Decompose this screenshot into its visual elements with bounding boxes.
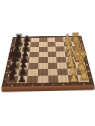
coordinate-mark-g [88,70,90,71]
coordinate-mark-e [85,59,87,60]
coordinate-mark-c [82,48,84,49]
board-front-edge [1,85,94,92]
coordinate-mark-b [81,44,83,45]
photo-group: ♜♟♟♜♞♟♟♞♝♟♟♝♛♟♟♛♚♟♟♚♝♟♟♝♞♟♟♞♜♟♟♜ [0,0,95,126]
coordinate-mark-f [86,64,88,65]
chess-set-product-photo: ♜♟♟♜♞♟♟♞♝♟♟♝♛♟♟♛♚♟♟♚♝♟♟♝♞♟♟♞♜♟♟♜ [0,0,95,126]
square-h4 [48,75,59,82]
coordinate-mark-h [89,77,91,78]
coordinate-mark-d [83,53,85,54]
square-h5 [38,76,48,83]
chess-board [1,36,94,88]
board-grid [6,37,89,83]
square-h1 [78,75,90,82]
coordinate-mark-a [80,39,81,40]
square-h6 [27,76,38,83]
